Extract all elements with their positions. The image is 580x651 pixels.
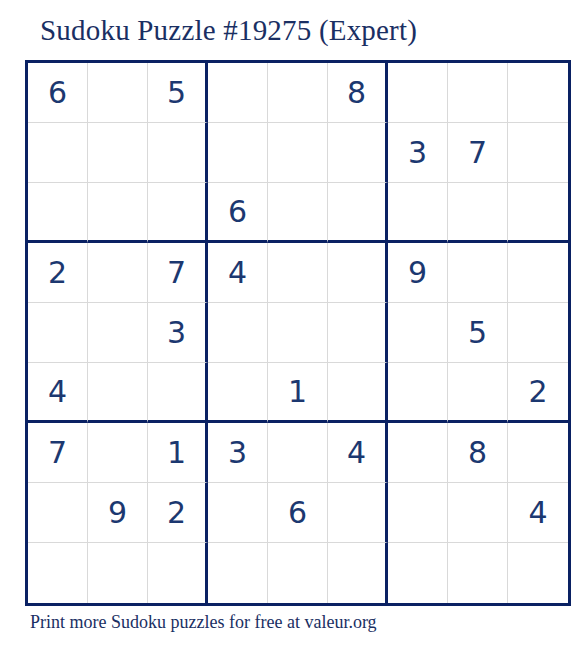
sudoku-cell-r7c7 (388, 423, 448, 483)
given-digit: 5 (167, 75, 186, 110)
sudoku-cell-r8c9: 4 (508, 483, 568, 543)
given-digit: 2 (167, 495, 186, 530)
sudoku-cell-r2c2 (88, 123, 148, 183)
sudoku-cell-r7c1: 7 (28, 423, 88, 483)
sudoku-cell-r8c8 (448, 483, 508, 543)
sudoku-cell-r6c9: 2 (508, 363, 568, 423)
given-digit: 7 (468, 135, 487, 170)
sudoku-cell-r8c4 (208, 483, 268, 543)
sudoku-cell-r5c1 (28, 303, 88, 363)
sudoku-cell-r1c9 (508, 63, 568, 123)
sudoku-cell-r1c8 (448, 63, 508, 123)
sudoku-cell-r2c8: 7 (448, 123, 508, 183)
sudoku-cell-r7c3: 1 (148, 423, 208, 483)
sudoku-cell-r9c1 (28, 543, 88, 603)
given-digit: 9 (408, 255, 427, 290)
given-digit: 7 (48, 435, 67, 470)
sudoku-cell-r1c1: 6 (28, 63, 88, 123)
sudoku-cell-r8c7 (388, 483, 448, 543)
sudoku-cell-r7c9 (508, 423, 568, 483)
given-digit: 4 (528, 495, 547, 530)
sudoku-cell-r4c9 (508, 243, 568, 303)
page-title: Sudoku Puzzle #19275 (Expert) (40, 14, 417, 47)
sudoku-cell-r1c6: 8 (328, 63, 388, 123)
given-digit: 3 (167, 315, 186, 350)
given-digit: 1 (288, 374, 307, 409)
sudoku-cell-r4c3: 7 (148, 243, 208, 303)
sudoku-cell-r7c5 (268, 423, 328, 483)
sudoku-cell-r8c5: 6 (268, 483, 328, 543)
sudoku-cell-r5c8: 5 (448, 303, 508, 363)
given-digit: 6 (288, 495, 307, 530)
given-digit: 2 (48, 255, 67, 290)
given-digit: 7 (167, 255, 186, 290)
sudoku-cell-r3c9 (508, 183, 568, 243)
given-digit: 2 (528, 374, 547, 409)
sudoku-cell-r5c6 (328, 303, 388, 363)
sudoku-cell-r8c1 (28, 483, 88, 543)
sudoku-cell-r6c2 (88, 363, 148, 423)
sudoku-cell-r4c2 (88, 243, 148, 303)
sudoku-cell-r7c2 (88, 423, 148, 483)
sudoku-cell-r1c5 (268, 63, 328, 123)
sudoku-cell-r3c8 (448, 183, 508, 243)
sudoku-cell-r9c7 (388, 543, 448, 603)
sudoku-cell-r4c4: 4 (208, 243, 268, 303)
sudoku-cell-r3c4: 6 (208, 183, 268, 243)
sudoku-cell-r6c5: 1 (268, 363, 328, 423)
given-digit: 9 (108, 495, 127, 530)
sudoku-cell-r3c3 (148, 183, 208, 243)
sudoku-cell-r3c6 (328, 183, 388, 243)
sudoku-cell-r5c4 (208, 303, 268, 363)
given-digit: 4 (228, 255, 247, 290)
sudoku-cell-r9c9 (508, 543, 568, 603)
sudoku-page: Sudoku Puzzle #19275 (Expert) 6583762749… (0, 0, 580, 651)
sudoku-cell-r2c4 (208, 123, 268, 183)
sudoku-cell-r4c1: 2 (28, 243, 88, 303)
sudoku-cell-r1c3: 5 (148, 63, 208, 123)
sudoku-cell-r2c6 (328, 123, 388, 183)
given-digit: 8 (468, 435, 487, 470)
sudoku-cell-r8c6 (328, 483, 388, 543)
footer-text: Print more Sudoku puzzles for free at va… (30, 612, 377, 633)
sudoku-cell-r9c4 (208, 543, 268, 603)
sudoku-cell-r7c8: 8 (448, 423, 508, 483)
sudoku-cell-r9c2 (88, 543, 148, 603)
given-digit: 4 (48, 374, 67, 409)
given-digit: 6 (228, 194, 247, 229)
sudoku-cell-r2c1 (28, 123, 88, 183)
sudoku-cell-r2c9 (508, 123, 568, 183)
sudoku-cell-r8c2: 9 (88, 483, 148, 543)
sudoku-cell-r5c2 (88, 303, 148, 363)
sudoku-cell-r4c5 (268, 243, 328, 303)
sudoku-grid: 658376274935412713489264 (25, 60, 571, 606)
sudoku-cell-r2c5 (268, 123, 328, 183)
sudoku-cell-r6c3 (148, 363, 208, 423)
sudoku-cell-r7c6: 4 (328, 423, 388, 483)
sudoku-cell-r5c7 (388, 303, 448, 363)
sudoku-cell-r4c7: 9 (388, 243, 448, 303)
sudoku-cell-r4c8 (448, 243, 508, 303)
sudoku-cell-r4c6 (328, 243, 388, 303)
sudoku-cell-r5c9 (508, 303, 568, 363)
sudoku-cell-r2c7: 3 (388, 123, 448, 183)
sudoku-cell-r6c4 (208, 363, 268, 423)
sudoku-cell-r9c8 (448, 543, 508, 603)
given-digit: 5 (468, 315, 487, 350)
sudoku-cell-r5c3: 3 (148, 303, 208, 363)
given-digit: 1 (167, 435, 186, 470)
given-digit: 3 (228, 435, 247, 470)
sudoku-cell-r9c5 (268, 543, 328, 603)
given-digit: 6 (48, 75, 67, 110)
given-digit: 8 (347, 75, 366, 110)
sudoku-cell-r5c5 (268, 303, 328, 363)
sudoku-cell-r9c6 (328, 543, 388, 603)
sudoku-cell-r3c1 (28, 183, 88, 243)
sudoku-cell-r2c3 (148, 123, 208, 183)
given-digit: 4 (347, 435, 366, 470)
sudoku-cell-r6c6 (328, 363, 388, 423)
sudoku-cell-r6c1: 4 (28, 363, 88, 423)
given-digit: 3 (408, 135, 427, 170)
sudoku-cell-r6c7 (388, 363, 448, 423)
sudoku-cell-r1c2 (88, 63, 148, 123)
sudoku-cell-r3c2 (88, 183, 148, 243)
sudoku-cell-r8c3: 2 (148, 483, 208, 543)
sudoku-cell-r1c7 (388, 63, 448, 123)
sudoku-cell-r3c5 (268, 183, 328, 243)
sudoku-cell-r9c3 (148, 543, 208, 603)
sudoku-cell-r7c4: 3 (208, 423, 268, 483)
sudoku-cell-r1c4 (208, 63, 268, 123)
sudoku-cell-r6c8 (448, 363, 508, 423)
sudoku-cell-r3c7 (388, 183, 448, 243)
